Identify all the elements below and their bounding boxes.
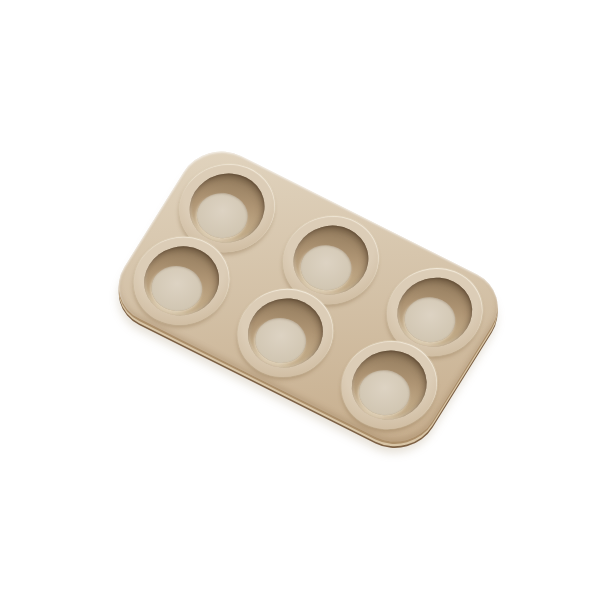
cup-floor <box>188 185 257 246</box>
product-photo <box>0 0 600 600</box>
cup-floor <box>395 289 464 350</box>
cup-floor <box>292 237 361 298</box>
cup-floor <box>246 310 315 371</box>
cup-floor <box>142 258 211 319</box>
cup-floor <box>350 362 419 423</box>
muffin-pan <box>103 138 512 455</box>
